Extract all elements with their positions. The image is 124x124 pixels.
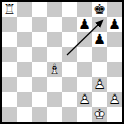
square-e5[interactable] [62, 47, 77, 62]
square-f1[interactable] [77, 107, 92, 122]
square-g1[interactable]: ♚♔ [92, 107, 107, 122]
square-h8[interactable] [107, 2, 122, 17]
square-g6[interactable]: ♟ [92, 32, 107, 47]
square-a1[interactable] [2, 107, 17, 122]
square-g7[interactable] [92, 17, 107, 32]
square-e2[interactable] [62, 92, 77, 107]
square-f6[interactable] [77, 32, 92, 47]
square-a5[interactable] [2, 47, 17, 62]
white-bishop: ♝♗ [47, 62, 62, 77]
square-c2[interactable] [32, 92, 47, 107]
square-a4[interactable] [2, 62, 17, 77]
square-e8[interactable] [62, 2, 77, 17]
square-c3[interactable] [32, 77, 47, 92]
white-pawn: ♟♙ [92, 77, 107, 92]
white-king: ♚♔ [92, 107, 107, 122]
square-b4[interactable] [17, 62, 32, 77]
square-d1[interactable] [47, 107, 62, 122]
square-c6[interactable] [32, 32, 47, 47]
square-a8[interactable]: ♜♖ [2, 2, 17, 17]
square-d3[interactable] [47, 77, 62, 92]
square-d5[interactable] [47, 47, 62, 62]
square-d4[interactable]: ♝♗ [47, 62, 62, 77]
square-b2[interactable] [17, 92, 32, 107]
black-pawn: ♟ [92, 32, 107, 47]
square-b8[interactable] [17, 2, 32, 17]
square-b3[interactable] [17, 77, 32, 92]
square-h3[interactable] [107, 77, 122, 92]
square-e7[interactable] [62, 17, 77, 32]
square-c4[interactable] [32, 62, 47, 77]
black-pawn: ♟ [77, 17, 92, 32]
square-c7[interactable] [32, 17, 47, 32]
square-b1[interactable] [17, 107, 32, 122]
square-d6[interactable] [47, 32, 62, 47]
square-h1[interactable] [107, 107, 122, 122]
square-b6[interactable] [17, 32, 32, 47]
square-g8[interactable]: ♚ [92, 2, 107, 17]
square-a7[interactable] [2, 17, 17, 32]
chess-board: ♜♖♚♟♟♟♝♗♟♙♟♙♟♙♚♔ [0, 0, 124, 124]
square-e4[interactable] [62, 62, 77, 77]
square-d8[interactable] [47, 2, 62, 17]
square-h6[interactable] [107, 32, 122, 47]
square-f2[interactable]: ♟♙ [77, 92, 92, 107]
square-b5[interactable] [17, 47, 32, 62]
white-pawn: ♟♙ [77, 92, 92, 107]
square-g4[interactable] [92, 62, 107, 77]
square-h5[interactable] [107, 47, 122, 62]
square-g3[interactable]: ♟♙ [92, 77, 107, 92]
square-f7[interactable]: ♟ [77, 17, 92, 32]
square-f8[interactable] [77, 2, 92, 17]
square-e3[interactable] [62, 77, 77, 92]
square-b7[interactable] [17, 17, 32, 32]
white-rook: ♜♖ [2, 2, 17, 17]
white-pawn: ♟♙ [107, 92, 122, 107]
square-h4[interactable] [107, 62, 122, 77]
square-d7[interactable] [47, 17, 62, 32]
square-c5[interactable] [32, 47, 47, 62]
square-h2[interactable]: ♟♙ [107, 92, 122, 107]
square-c1[interactable] [32, 107, 47, 122]
square-a3[interactable] [2, 77, 17, 92]
square-a2[interactable] [2, 92, 17, 107]
square-d2[interactable] [47, 92, 62, 107]
square-c8[interactable] [32, 2, 47, 17]
square-f3[interactable] [77, 77, 92, 92]
square-a6[interactable] [2, 32, 17, 47]
chess-board-grid: ♜♖♚♟♟♟♝♗♟♙♟♙♟♙♚♔ [2, 2, 122, 122]
black-pawn: ♟ [107, 17, 122, 32]
square-g2[interactable] [92, 92, 107, 107]
square-g5[interactable] [92, 47, 107, 62]
square-h7[interactable]: ♟ [107, 17, 122, 32]
square-e6[interactable] [62, 32, 77, 47]
black-king: ♚ [92, 2, 107, 17]
square-e1[interactable] [62, 107, 77, 122]
square-f4[interactable] [77, 62, 92, 77]
square-f5[interactable] [77, 47, 92, 62]
